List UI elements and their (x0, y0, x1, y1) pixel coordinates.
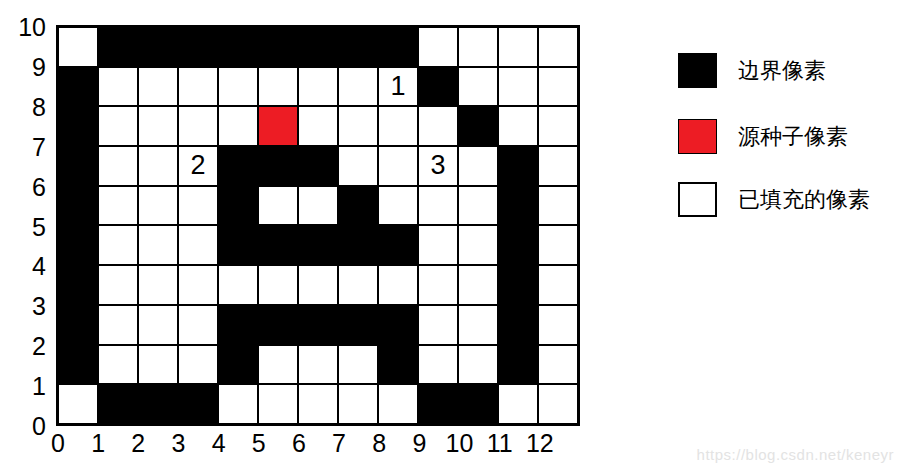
filled-cell (338, 345, 378, 385)
pixel-grid: 123 (56, 25, 580, 426)
filled-cell (178, 186, 218, 226)
filled-cell (458, 345, 498, 385)
filled-cell (498, 384, 538, 424)
filled-cell (298, 384, 338, 424)
boundary-cell (298, 27, 338, 67)
filled-cell (458, 225, 498, 265)
y-axis-label: 9 (8, 54, 46, 80)
filled-cell (418, 186, 458, 226)
filled-cell (98, 225, 138, 265)
filled-cell (538, 106, 578, 146)
filled-cell (538, 67, 578, 107)
filled-cell (98, 186, 138, 226)
y-axis-label: 8 (8, 94, 46, 120)
cell-marker: 3 (430, 152, 445, 179)
boundary-cell (338, 27, 378, 67)
boundary-cell (498, 345, 538, 385)
filled-cell (458, 186, 498, 226)
filled-cell (338, 146, 378, 186)
boundary-cell (58, 106, 98, 146)
filled-cell (418, 265, 458, 305)
legend-label: 源种子像素 (738, 122, 848, 152)
boundary-cell (218, 305, 258, 345)
boundary-cell (178, 384, 218, 424)
filled-cell (378, 186, 418, 226)
boundary-cell (338, 186, 378, 226)
boundary-cell (498, 305, 538, 345)
x-axis-label: 4 (199, 430, 239, 456)
y-axis-label: 3 (8, 293, 46, 319)
boundary-cell (458, 106, 498, 146)
filled-cell (378, 265, 418, 305)
filled-cell (298, 67, 338, 107)
filled-cell: 2 (178, 146, 218, 186)
x-axis-label: 2 (118, 430, 158, 456)
filled-cell (98, 146, 138, 186)
filled-cell (538, 305, 578, 345)
boundary-cell (498, 225, 538, 265)
legend-item: 边界像素 (678, 53, 826, 88)
x-axis-label: 12 (520, 430, 560, 456)
filled-cell (498, 67, 538, 107)
legend-swatch-red-square (678, 119, 717, 154)
filled-cell (338, 265, 378, 305)
boundary-cell (258, 305, 298, 345)
filled-cell (378, 106, 418, 146)
boundary-cell (218, 27, 258, 67)
filled-cell (138, 186, 178, 226)
filled-cell (98, 106, 138, 146)
filled-cell (218, 106, 258, 146)
filled-cell (458, 265, 498, 305)
boundary-cell (338, 305, 378, 345)
boundary-cell (98, 384, 138, 424)
filled-cell (58, 384, 98, 424)
filled-cell (258, 186, 298, 226)
boundary-cell (58, 67, 98, 107)
boundary-cell (258, 27, 298, 67)
filled-cell (178, 106, 218, 146)
x-axis-label: 8 (359, 430, 399, 456)
y-axis-label: 4 (8, 253, 46, 279)
boundary-cell (258, 146, 298, 186)
filled-cell (138, 146, 178, 186)
cell-marker: 1 (390, 73, 405, 100)
filled-cell (418, 27, 458, 67)
filled-cell (538, 146, 578, 186)
filled-cell (538, 225, 578, 265)
filled-cell (458, 146, 498, 186)
boundary-cell (498, 146, 538, 186)
legend: 边界像素源种子像素已填充的像素 (678, 53, 898, 233)
filled-cell (298, 186, 338, 226)
x-axis-label: 11 (480, 430, 520, 456)
filled-cell (338, 67, 378, 107)
filled-cell (138, 67, 178, 107)
filled-cell (178, 225, 218, 265)
boundary-cell (298, 146, 338, 186)
filled-cell (538, 265, 578, 305)
filled-cell (138, 345, 178, 385)
boundary-cell (218, 146, 258, 186)
boundary-cell (98, 27, 138, 67)
seed-cell (258, 106, 298, 146)
boundary-cell (218, 186, 258, 226)
x-axis-label: 10 (440, 430, 480, 456)
filled-cell (538, 186, 578, 226)
boundary-cell (58, 146, 98, 186)
boundary-cell (498, 265, 538, 305)
legend-swatch-black-square (678, 53, 717, 88)
filled-cell (98, 345, 138, 385)
y-axis-label: 7 (8, 134, 46, 160)
filled-cell (538, 27, 578, 67)
legend-label: 已填充的像素 (738, 185, 870, 215)
y-axis-label: 2 (8, 333, 46, 359)
filled-cell (258, 265, 298, 305)
filled-cell (178, 265, 218, 305)
filled-cell (418, 305, 458, 345)
filled-cell (378, 146, 418, 186)
filled-cell (298, 265, 338, 305)
boundary-cell (58, 305, 98, 345)
filled-cell (298, 106, 338, 146)
filled-cell (538, 345, 578, 385)
legend-swatch-white-square (678, 182, 717, 217)
boundary-cell (338, 225, 378, 265)
legend-label: 边界像素 (738, 56, 826, 86)
flood-fill-diagram: 123 109876543210 0123456789101112 边界像素源种… (0, 0, 903, 473)
filled-cell (378, 384, 418, 424)
filled-cell (258, 384, 298, 424)
watermark: https://blog.csdn.net/keneyr (697, 446, 894, 463)
boundary-cell (498, 186, 538, 226)
filled-cell (538, 384, 578, 424)
y-axis-label: 1 (8, 373, 46, 399)
boundary-cell (378, 225, 418, 265)
filled-cell (138, 265, 178, 305)
y-axis-label: 6 (8, 174, 46, 200)
cell-marker: 2 (190, 152, 205, 179)
filled-cell (138, 106, 178, 146)
x-axis-label: 3 (158, 430, 198, 456)
boundary-cell (298, 225, 338, 265)
filled-cell (178, 305, 218, 345)
filled-cell (58, 27, 98, 67)
filled-cell (298, 345, 338, 385)
boundary-cell (218, 345, 258, 385)
boundary-cell (218, 225, 258, 265)
filled-cell: 1 (378, 67, 418, 107)
filled-cell (138, 305, 178, 345)
filled-cell (458, 27, 498, 67)
boundary-cell (58, 345, 98, 385)
filled-cell (178, 67, 218, 107)
boundary-cell (58, 265, 98, 305)
boundary-cell (58, 225, 98, 265)
y-axis-label: 5 (8, 214, 46, 240)
filled-cell (98, 67, 138, 107)
filled-cell (498, 106, 538, 146)
filled-cell (498, 27, 538, 67)
filled-cell (178, 345, 218, 385)
filled-cell (418, 106, 458, 146)
filled-cell: 3 (418, 146, 458, 186)
x-axis-label: 6 (279, 430, 319, 456)
filled-cell (338, 106, 378, 146)
boundary-cell (138, 384, 178, 424)
filled-cell (218, 384, 258, 424)
boundary-cell (378, 305, 418, 345)
x-axis-label: 1 (78, 430, 118, 456)
filled-cell (258, 67, 298, 107)
x-axis-label: 5 (239, 430, 279, 456)
boundary-cell (418, 67, 458, 107)
boundary-cell (258, 225, 298, 265)
y-axis-label: 10 (8, 14, 46, 40)
boundary-cell (378, 345, 418, 385)
filled-cell (98, 265, 138, 305)
filled-cell (338, 384, 378, 424)
filled-cell (258, 345, 298, 385)
filled-cell (458, 305, 498, 345)
boundary-cell (178, 27, 218, 67)
legend-item: 已填充的像素 (678, 182, 870, 217)
legend-item: 源种子像素 (678, 119, 848, 154)
filled-cell (98, 305, 138, 345)
x-axis-label: 7 (319, 430, 359, 456)
boundary-cell (298, 305, 338, 345)
x-axis-label: 9 (399, 430, 439, 456)
boundary-cell (418, 384, 458, 424)
boundary-cell (58, 186, 98, 226)
x-axis-label: 0 (38, 430, 78, 456)
filled-cell (218, 67, 258, 107)
boundary-cell (138, 27, 178, 67)
filled-cell (418, 225, 458, 265)
boundary-cell (378, 27, 418, 67)
filled-cell (138, 225, 178, 265)
filled-cell (218, 265, 258, 305)
filled-cell (458, 67, 498, 107)
boundary-cell (458, 384, 498, 424)
filled-cell (418, 345, 458, 385)
